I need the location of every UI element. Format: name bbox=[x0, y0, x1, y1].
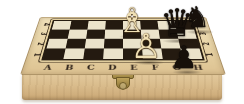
square-c2[interactable] bbox=[85, 39, 105, 49]
square-c1[interactable] bbox=[83, 48, 104, 59]
photo-scene: 4321 4321 ABCDEFGH ♗♛♞♙♟ bbox=[0, 0, 244, 104]
square-b2[interactable] bbox=[66, 39, 87, 49]
file-label-d: D bbox=[101, 64, 123, 71]
square-a4[interactable] bbox=[52, 21, 72, 30]
rank-label-2: 2 bbox=[31, 40, 49, 49]
piece-shadow bbox=[172, 70, 202, 75]
square-a2[interactable] bbox=[46, 39, 67, 49]
rank-label-3: 3 bbox=[34, 30, 51, 38]
square-b3[interactable] bbox=[68, 30, 88, 39]
black-knight-g4[interactable]: ♞ bbox=[184, 3, 210, 32]
rank-label-1: 1 bbox=[27, 50, 46, 59]
file-label-c: C bbox=[80, 64, 102, 71]
piece-shadow bbox=[133, 60, 165, 65]
white-pawn-e2[interactable]: ♙ bbox=[131, 29, 161, 63]
square-a3[interactable] bbox=[49, 30, 69, 39]
rank-label-1: 1 bbox=[200, 50, 219, 59]
rank-label-2: 2 bbox=[197, 40, 215, 49]
square-d2[interactable] bbox=[104, 39, 123, 49]
chess-box: 4321 4321 ABCDEFGH ♗♛♞♙♟ bbox=[20, 4, 224, 100]
piece-shadow bbox=[186, 29, 214, 34]
file-label-a: A bbox=[36, 64, 59, 71]
square-a1[interactable] bbox=[43, 48, 65, 59]
latch-loop bbox=[119, 82, 127, 90]
square-b4[interactable] bbox=[70, 21, 89, 30]
box-front-face bbox=[22, 74, 222, 100]
square-c4[interactable] bbox=[87, 21, 105, 30]
file-label-b: B bbox=[58, 64, 81, 71]
square-b1[interactable] bbox=[63, 48, 84, 59]
square-d1[interactable] bbox=[103, 48, 123, 59]
black-pawn-g1[interactable]: ♟ bbox=[170, 42, 198, 73]
rank-label-4: 4 bbox=[37, 21, 53, 28]
square-c3[interactable] bbox=[86, 30, 105, 39]
